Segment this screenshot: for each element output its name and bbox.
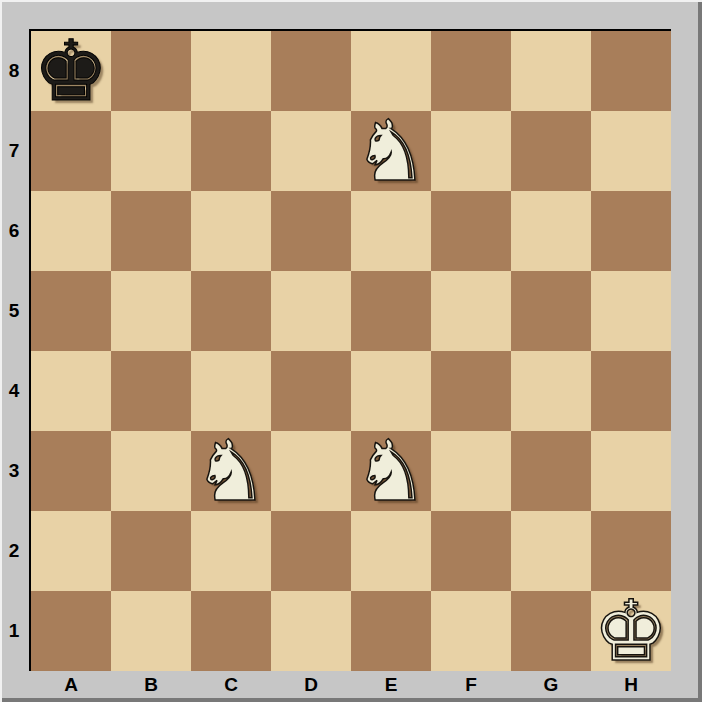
square-g4[interactable] — [511, 351, 591, 431]
piece-white-knight[interactable]: ♞ — [353, 431, 428, 511]
rank-label-2: 2 — [0, 511, 28, 591]
file-label-F: F — [431, 671, 511, 702]
square-d6[interactable] — [271, 191, 351, 271]
square-f4[interactable] — [431, 351, 511, 431]
rank-label-3: 3 — [0, 431, 28, 511]
square-g3[interactable] — [511, 431, 591, 511]
square-e1[interactable] — [351, 591, 431, 671]
rank-label-8: 8 — [0, 31, 28, 111]
file-label-H: H — [591, 671, 671, 702]
square-e2[interactable] — [351, 511, 431, 591]
file-label-B: B — [111, 671, 191, 702]
square-d7[interactable] — [271, 111, 351, 191]
square-h6[interactable] — [591, 191, 671, 271]
rank-label-7: 7 — [0, 111, 28, 191]
board-frame: ♚♞♞♞♚ 87654321 ABCDEFGH — [0, 0, 702, 702]
square-g1[interactable] — [511, 591, 591, 671]
square-a5[interactable] — [31, 271, 111, 351]
piece-black-king[interactable]: ♚ — [33, 31, 108, 111]
square-c8[interactable] — [191, 31, 271, 111]
piece-white-knight[interactable]: ♞ — [193, 431, 268, 511]
square-f8[interactable] — [431, 31, 511, 111]
square-e6[interactable] — [351, 191, 431, 271]
square-a2[interactable] — [31, 511, 111, 591]
square-h1[interactable]: ♚ — [591, 591, 671, 671]
square-d5[interactable] — [271, 271, 351, 351]
square-e7[interactable]: ♞ — [351, 111, 431, 191]
square-c6[interactable] — [191, 191, 271, 271]
square-d1[interactable] — [271, 591, 351, 671]
square-b5[interactable] — [111, 271, 191, 351]
square-f5[interactable] — [431, 271, 511, 351]
square-c1[interactable] — [191, 591, 271, 671]
square-d8[interactable] — [271, 31, 351, 111]
square-h3[interactable] — [591, 431, 671, 511]
square-a7[interactable] — [31, 111, 111, 191]
square-c2[interactable] — [191, 511, 271, 591]
square-b7[interactable] — [111, 111, 191, 191]
rank-label-6: 6 — [0, 191, 28, 271]
square-h4[interactable] — [591, 351, 671, 431]
square-g7[interactable] — [511, 111, 591, 191]
square-f6[interactable] — [431, 191, 511, 271]
square-a6[interactable] — [31, 191, 111, 271]
square-c4[interactable] — [191, 351, 271, 431]
rank-label-5: 5 — [0, 271, 28, 351]
file-label-G: G — [511, 671, 591, 702]
square-f1[interactable] — [431, 591, 511, 671]
piece-white-knight[interactable]: ♞ — [353, 111, 428, 191]
square-g5[interactable] — [511, 271, 591, 351]
square-d4[interactable] — [271, 351, 351, 431]
square-d3[interactable] — [271, 431, 351, 511]
square-g2[interactable] — [511, 511, 591, 591]
rank-label-4: 4 — [0, 351, 28, 431]
file-label-A: A — [31, 671, 111, 702]
square-b4[interactable] — [111, 351, 191, 431]
square-f7[interactable] — [431, 111, 511, 191]
square-e8[interactable] — [351, 31, 431, 111]
square-f2[interactable] — [431, 511, 511, 591]
file-label-E: E — [351, 671, 431, 702]
piece-white-king[interactable]: ♚ — [593, 591, 668, 671]
square-a8[interactable]: ♚ — [31, 31, 111, 111]
square-c3[interactable]: ♞ — [191, 431, 271, 511]
square-a4[interactable] — [31, 351, 111, 431]
square-h8[interactable] — [591, 31, 671, 111]
file-label-D: D — [271, 671, 351, 702]
square-h7[interactable] — [591, 111, 671, 191]
square-b6[interactable] — [111, 191, 191, 271]
square-b2[interactable] — [111, 511, 191, 591]
square-a3[interactable] — [31, 431, 111, 511]
square-g6[interactable] — [511, 191, 591, 271]
square-d2[interactable] — [271, 511, 351, 591]
square-c7[interactable] — [191, 111, 271, 191]
square-e3[interactable]: ♞ — [351, 431, 431, 511]
square-b1[interactable] — [111, 591, 191, 671]
square-e4[interactable] — [351, 351, 431, 431]
square-h2[interactable] — [591, 511, 671, 591]
square-h5[interactable] — [591, 271, 671, 351]
square-f3[interactable] — [431, 431, 511, 511]
file-label-C: C — [191, 671, 271, 702]
rank-label-1: 1 — [0, 591, 28, 671]
square-b3[interactable] — [111, 431, 191, 511]
chess-board: ♚♞♞♞♚ — [29, 29, 671, 671]
square-g8[interactable] — [511, 31, 591, 111]
square-c5[interactable] — [191, 271, 271, 351]
square-b8[interactable] — [111, 31, 191, 111]
square-a1[interactable] — [31, 591, 111, 671]
square-e5[interactable] — [351, 271, 431, 351]
